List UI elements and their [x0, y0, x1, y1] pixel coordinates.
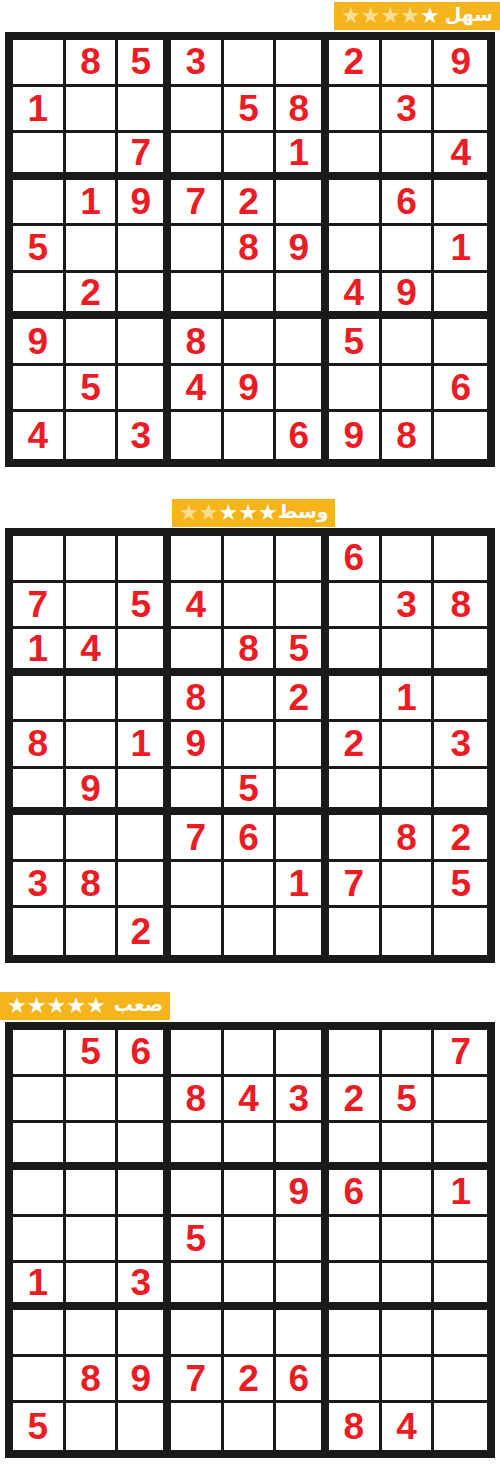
sudoku-cell-r2c2[interactable] [66, 87, 119, 134]
sudoku-cell-r9c7[interactable] [329, 908, 382, 955]
sudoku-cell-r8c4[interactable]: 7 [171, 1357, 224, 1404]
sudoku-grid-medium: 675438148582181923957682381752 [5, 528, 495, 963]
sudoku-cell-r2c2[interactable] [66, 1077, 119, 1124]
difficulty-label-easy: ★★★★★ سهل [334, 2, 500, 30]
sudoku-cell-r9c5[interactable] [224, 412, 277, 459]
sudoku-cell-r7c3[interactable] [118, 1310, 171, 1357]
sudoku-cell-r7c4[interactable]: 7 [171, 815, 224, 862]
sudoku-cell-r8c3[interactable]: 9 [118, 1357, 171, 1404]
sudoku-cell-r5c6[interactable] [276, 1217, 329, 1264]
sudoku-cell-r5c2[interactable] [66, 722, 119, 769]
sudoku-cell-r2c4[interactable]: 4 [171, 583, 224, 630]
sudoku-cell-r4c3[interactable]: 9 [118, 180, 171, 227]
sudoku-cell-r2c4[interactable]: 8 [171, 1077, 224, 1124]
star-filled-icon: ★ [7, 995, 27, 1017]
sudoku-cell-r9c2[interactable] [66, 1403, 119, 1450]
sudoku-cell-r1c6[interactable] [276, 40, 329, 87]
sudoku-cell-r5c4[interactable]: 5 [171, 1217, 224, 1264]
sudoku-cell-r5c1[interactable]: 8 [13, 722, 66, 769]
sudoku-cell-r7c8[interactable] [382, 1310, 435, 1357]
sudoku-cell-r4c7[interactable]: 6 [329, 1170, 382, 1217]
sudoku-cell-r6c5[interactable] [224, 1263, 277, 1310]
sudoku-cell-r1c7[interactable]: 6 [329, 536, 382, 583]
sudoku-cell-r7c7[interactable] [329, 815, 382, 862]
sudoku-cell-r6c1[interactable]: 1 [13, 1263, 66, 1310]
sudoku-cell-r9c9[interactable] [434, 1403, 487, 1450]
star-rating: ★★★★★ [7, 995, 106, 1017]
sudoku-cell-r6c6[interactable] [276, 273, 329, 320]
sudoku-cell-r4c1[interactable] [13, 676, 66, 723]
sudoku-cell-r7c5[interactable] [224, 319, 277, 366]
sudoku-cell-r7c2[interactable] [66, 1310, 119, 1357]
sudoku-cell-r8c5[interactable]: 2 [224, 1357, 277, 1404]
sudoku-grid-easy: 853291583714197265891249985549643698 [5, 32, 495, 467]
sudoku-cell-r6c1[interactable] [13, 273, 66, 320]
sudoku-cell-r3c8[interactable] [382, 629, 435, 676]
sudoku-cell-r2c6[interactable]: 8 [276, 87, 329, 134]
sudoku-cell-r5c1[interactable] [13, 1217, 66, 1264]
sudoku-cell-r2c4[interactable] [171, 87, 224, 134]
sudoku-cell-r5c9[interactable] [434, 1217, 487, 1264]
sudoku-cell-r1c7[interactable] [329, 1030, 382, 1077]
star-empty-icon: ★ [341, 5, 361, 27]
sudoku-cell-r7c2[interactable] [66, 815, 119, 862]
star-filled-icon: ★ [238, 502, 258, 524]
sudoku-cell-r5c3[interactable]: 1 [118, 722, 171, 769]
sudoku-cell-r2c1[interactable]: 1 [13, 87, 66, 134]
sudoku-cell-r9c4[interactable] [171, 908, 224, 955]
sudoku-cell-r1c4[interactable]: 3 [171, 40, 224, 87]
sudoku-cell-r1c2[interactable]: 5 [66, 1030, 119, 1077]
sudoku-cell-r1c6[interactable] [276, 536, 329, 583]
sudoku-cell-r7c2[interactable] [66, 319, 119, 366]
sudoku-cell-r9c6[interactable] [276, 908, 329, 955]
sudoku-cell-r2c8[interactable]: 3 [382, 583, 435, 630]
sudoku-cell-r1c5[interactable] [224, 40, 277, 87]
sudoku-cell-r2c3[interactable] [118, 87, 171, 134]
sudoku-cell-r5c7[interactable] [329, 226, 382, 273]
sudoku-cell-r2c6[interactable] [276, 583, 329, 630]
sudoku-cell-r4c9[interactable] [434, 180, 487, 227]
sudoku-cell-r8c9[interactable] [434, 1357, 487, 1404]
sudoku-cell-r4c5[interactable] [224, 676, 277, 723]
sudoku-page: { "game": "sudoku", "colors": { "number_… [0, 0, 500, 1469]
sudoku-cell-r1c9[interactable]: 7 [434, 1030, 487, 1077]
sudoku-cell-r4c9[interactable]: 1 [434, 1170, 487, 1217]
sudoku-cell-r3c8[interactable] [382, 133, 435, 180]
star-empty-icon: ★ [380, 5, 400, 27]
sudoku-cell-r2c3[interactable]: 5 [118, 583, 171, 630]
sudoku-cell-r6c5[interactable] [224, 273, 277, 320]
star-filled-icon: ★ [258, 502, 278, 524]
sudoku-cell-r3c9[interactable] [434, 629, 487, 676]
sudoku-cell-r9c3[interactable] [118, 1403, 171, 1450]
sudoku-cell-r4c2[interactable]: 1 [66, 180, 119, 227]
star-filled-icon: ★ [46, 995, 66, 1017]
sudoku-cell-r3c6[interactable]: 5 [276, 629, 329, 676]
sudoku-cell-r2c5[interactable]: 5 [224, 87, 277, 134]
sudoku-cell-r9c6[interactable]: 6 [276, 412, 329, 459]
sudoku-cell-r9c8[interactable] [382, 908, 435, 955]
sudoku-cell-r3c5[interactable] [224, 1123, 277, 1170]
star-empty-icon: ★ [179, 502, 199, 524]
sudoku-cell-r7c3[interactable] [118, 319, 171, 366]
sudoku-cell-r9c5[interactable] [224, 1403, 277, 1450]
sudoku-cell-r6c2[interactable] [66, 1263, 119, 1310]
sudoku-cell-r8c7[interactable]: 7 [329, 862, 382, 909]
sudoku-cell-r9c3[interactable]: 2 [118, 908, 171, 955]
sudoku-cell-r7c8[interactable]: 8 [382, 815, 435, 862]
sudoku-cell-r8c3[interactable] [118, 366, 171, 413]
sudoku-cell-r6c6[interactable] [276, 769, 329, 816]
sudoku-cell-r6c4[interactable] [171, 1263, 224, 1310]
sudoku-cell-r9c1[interactable]: 5 [13, 1403, 66, 1450]
sudoku-cell-r8c2[interactable]: 5 [66, 366, 119, 413]
star-filled-icon: ★ [86, 995, 106, 1017]
sudoku-cell-r2c8[interactable]: 3 [382, 87, 435, 134]
sudoku-cell-r8c6[interactable]: 6 [276, 1357, 329, 1404]
sudoku-cell-r7c5[interactable] [224, 1310, 277, 1357]
sudoku-cell-r7c4[interactable] [171, 1310, 224, 1357]
sudoku-cell-r3c5[interactable]: 8 [224, 629, 277, 676]
sudoku-cell-r1c5[interactable] [224, 536, 277, 583]
sudoku-cell-r5c2[interactable] [66, 1217, 119, 1264]
sudoku-cell-r5c8[interactable] [382, 1217, 435, 1264]
sudoku-cell-r8c9[interactable]: 5 [434, 862, 487, 909]
sudoku-cell-r1c7[interactable]: 2 [329, 40, 382, 87]
sudoku-cell-r5c1[interactable]: 5 [13, 226, 66, 273]
sudoku-cell-r1c3[interactable]: 5 [118, 40, 171, 87]
sudoku-cell-r8c7[interactable] [329, 1357, 382, 1404]
sudoku-cell-r3c2[interactable]: 4 [66, 629, 119, 676]
sudoku-cell-r8c8[interactable] [382, 862, 435, 909]
sudoku-cell-r2c8[interactable]: 5 [382, 1077, 435, 1124]
sudoku-cell-r7c1[interactable] [13, 815, 66, 862]
difficulty-label-medium: ★★★★★ وسط [172, 499, 335, 527]
sudoku-cell-r2c7[interactable]: 2 [329, 1077, 382, 1124]
sudoku-cell-r1c1[interactable] [13, 536, 66, 583]
sudoku-cell-r2c7[interactable] [329, 583, 382, 630]
sudoku-cell-r7c3[interactable] [118, 815, 171, 862]
sudoku-cell-r1c8[interactable] [382, 40, 435, 87]
sudoku-cell-r9c6[interactable] [276, 1403, 329, 1450]
sudoku-cell-r1c8[interactable] [382, 536, 435, 583]
difficulty-text: سهل [445, 5, 493, 27]
sudoku-cell-r7c7[interactable] [329, 1310, 382, 1357]
sudoku-cell-r9c8[interactable]: 8 [382, 412, 435, 459]
sudoku-cell-r4c6[interactable]: 9 [276, 1170, 329, 1217]
sudoku-cell-r8c4[interactable]: 4 [171, 366, 224, 413]
sudoku-cell-r4c2[interactable] [66, 676, 119, 723]
sudoku-cell-r6c9[interactable] [434, 769, 487, 816]
sudoku-cell-r5c3[interactable] [118, 226, 171, 273]
sudoku-cell-r6c1[interactable] [13, 769, 66, 816]
difficulty-text: وسط [278, 502, 329, 524]
sudoku-cell-r5c6[interactable] [276, 722, 329, 769]
sudoku-cell-r8c1[interactable] [13, 366, 66, 413]
sudoku-cell-r3c9[interactable]: 4 [434, 133, 487, 180]
sudoku-cell-r4c2[interactable] [66, 1170, 119, 1217]
sudoku-cell-r2c3[interactable] [118, 1077, 171, 1124]
sudoku-cell-r6c6[interactable] [276, 1263, 329, 1310]
sudoku-cell-r5c9[interactable]: 1 [434, 226, 487, 273]
sudoku-cell-r7c6[interactable] [276, 1310, 329, 1357]
sudoku-cell-r7c9[interactable] [434, 1310, 487, 1357]
sudoku-cell-r1c8[interactable] [382, 1030, 435, 1077]
sudoku-cell-r8c1[interactable]: 3 [13, 862, 66, 909]
sudoku-cell-r7c6[interactable] [276, 319, 329, 366]
sudoku-cell-r6c7[interactable] [329, 1263, 382, 1310]
sudoku-cell-r8c8[interactable] [382, 1357, 435, 1404]
sudoku-cell-r3c3[interactable] [118, 629, 171, 676]
sudoku-cell-r5c8[interactable] [382, 226, 435, 273]
sudoku-cell-r1c3[interactable] [118, 536, 171, 583]
sudoku-cell-r3c6[interactable]: 1 [276, 133, 329, 180]
sudoku-cell-r3c4[interactable] [171, 133, 224, 180]
sudoku-cell-r1c6[interactable] [276, 1030, 329, 1077]
sudoku-cell-r4c8[interactable]: 1 [382, 676, 435, 723]
sudoku-cell-r3c3[interactable] [118, 1123, 171, 1170]
sudoku-cell-r2c1[interactable] [13, 1077, 66, 1124]
star-filled-icon: ★ [420, 5, 440, 27]
sudoku-cell-r6c2[interactable]: 9 [66, 769, 119, 816]
sudoku-cell-r3c6[interactable] [276, 1123, 329, 1170]
sudoku-cell-r9c2[interactable] [66, 908, 119, 955]
sudoku-cell-r6c8[interactable] [382, 769, 435, 816]
sudoku-cell-r6c9[interactable] [434, 273, 487, 320]
star-rating: ★★★★★ [179, 502, 278, 524]
sudoku-cell-r4c6[interactable] [276, 180, 329, 227]
sudoku-cell-r4c1[interactable] [13, 180, 66, 227]
sudoku-cell-r9c2[interactable] [66, 412, 119, 459]
star-filled-icon: ★ [27, 995, 47, 1017]
sudoku-cell-r4c7[interactable] [329, 180, 382, 227]
sudoku-cell-r3c7[interactable] [329, 133, 382, 180]
star-rating: ★★★★★ [341, 5, 440, 27]
sudoku-cell-r3c1[interactable]: 1 [13, 629, 66, 676]
sudoku-cell-r8c1[interactable] [13, 1357, 66, 1404]
sudoku-cell-r2c7[interactable] [329, 87, 382, 134]
sudoku-cell-r3c2[interactable] [66, 133, 119, 180]
sudoku-cell-r3c3[interactable]: 7 [118, 133, 171, 180]
sudoku-cell-r4c4[interactable] [171, 1170, 224, 1217]
sudoku-cell-r9c5[interactable] [224, 908, 277, 955]
sudoku-cell-r3c9[interactable] [434, 1123, 487, 1170]
sudoku-cell-r2c9[interactable]: 8 [434, 583, 487, 630]
sudoku-cell-r1c9[interactable]: 9 [434, 40, 487, 87]
star-filled-icon: ★ [218, 502, 238, 524]
sudoku-cell-r6c4[interactable] [171, 769, 224, 816]
sudoku-cell-r7c4[interactable]: 8 [171, 319, 224, 366]
sudoku-cell-r9c4[interactable] [171, 1403, 224, 1450]
sudoku-cell-r7c6[interactable] [276, 815, 329, 862]
sudoku-cell-r2c9[interactable] [434, 1077, 487, 1124]
sudoku-cell-r4c3[interactable] [118, 676, 171, 723]
star-empty-icon: ★ [400, 5, 420, 27]
sudoku-cell-r4c9[interactable] [434, 676, 487, 723]
star-empty-icon: ★ [199, 502, 219, 524]
sudoku-cell-r9c4[interactable] [171, 412, 224, 459]
sudoku-cell-r8c7[interactable] [329, 366, 382, 413]
sudoku-cell-r4c7[interactable] [329, 676, 382, 723]
sudoku-cell-r7c8[interactable] [382, 319, 435, 366]
sudoku-cell-r3c2[interactable] [66, 1123, 119, 1170]
sudoku-cell-r9c7[interactable]: 9 [329, 412, 382, 459]
sudoku-cell-r3c5[interactable] [224, 133, 277, 180]
sudoku-cell-r1c1[interactable] [13, 40, 66, 87]
sudoku-cell-r7c1[interactable]: 9 [13, 319, 66, 366]
sudoku-cell-r4c1[interactable] [13, 1170, 66, 1217]
sudoku-cell-r6c5[interactable]: 5 [224, 769, 277, 816]
sudoku-cell-r4c5[interactable] [224, 1170, 277, 1217]
sudoku-cell-r5c5[interactable] [224, 1217, 277, 1264]
sudoku-cell-r9c9[interactable] [434, 908, 487, 955]
sudoku-cell-r9c3[interactable]: 3 [118, 412, 171, 459]
sudoku-cell-r5c5[interactable] [224, 722, 277, 769]
sudoku-cell-r6c7[interactable] [329, 769, 382, 816]
sudoku-cell-r1c2[interactable]: 8 [66, 40, 119, 87]
sudoku-cell-r1c2[interactable] [66, 536, 119, 583]
sudoku-cell-r7c9[interactable] [434, 319, 487, 366]
sudoku-cell-r3c8[interactable] [382, 1123, 435, 1170]
sudoku-cell-r4c8[interactable] [382, 1170, 435, 1217]
sudoku-cell-r1c3[interactable]: 6 [118, 1030, 171, 1077]
sudoku-cell-r5c5[interactable]: 8 [224, 226, 277, 273]
sudoku-cell-r2c5[interactable]: 4 [224, 1077, 277, 1124]
sudoku-cell-r5c3[interactable] [118, 1217, 171, 1264]
sudoku-cell-r7c9[interactable]: 2 [434, 815, 487, 862]
sudoku-cell-r8c2[interactable]: 8 [66, 1357, 119, 1404]
sudoku-cell-r5c6[interactable]: 9 [276, 226, 329, 273]
sudoku-cell-r6c3[interactable] [118, 273, 171, 320]
sudoku-cell-r4c4[interactable]: 8 [171, 676, 224, 723]
sudoku-cell-r5c7[interactable] [329, 1217, 382, 1264]
sudoku-cell-r8c3[interactable] [118, 862, 171, 909]
sudoku-cell-r9c7[interactable]: 8 [329, 1403, 382, 1450]
sudoku-cell-r4c4[interactable]: 7 [171, 180, 224, 227]
sudoku-cell-r5c9[interactable]: 3 [434, 722, 487, 769]
difficulty-text: صعب [114, 995, 163, 1017]
sudoku-cell-r1c1[interactable] [13, 1030, 66, 1077]
sudoku-cell-r8c8[interactable] [382, 366, 435, 413]
star-filled-icon: ★ [66, 995, 86, 1017]
difficulty-label-hard: ★★★★★ صعب [0, 992, 170, 1020]
sudoku-cell-r3c7[interactable] [329, 629, 382, 676]
sudoku-cell-r8c9[interactable]: 6 [434, 366, 487, 413]
sudoku-cell-r4c6[interactable]: 2 [276, 676, 329, 723]
sudoku-cell-r1c4[interactable] [171, 1030, 224, 1077]
sudoku-cell-r2c1[interactable]: 7 [13, 583, 66, 630]
sudoku-cell-r2c6[interactable]: 3 [276, 1077, 329, 1124]
sudoku-cell-r6c3[interactable]: 3 [118, 1263, 171, 1310]
sudoku-cell-r3c4[interactable] [171, 629, 224, 676]
sudoku-cell-r8c5[interactable]: 9 [224, 366, 277, 413]
sudoku-cell-r8c6[interactable]: 1 [276, 862, 329, 909]
sudoku-cell-r5c4[interactable]: 9 [171, 722, 224, 769]
sudoku-cell-r7c1[interactable] [13, 1310, 66, 1357]
sudoku-cell-r8c5[interactable] [224, 862, 277, 909]
sudoku-cell-r6c9[interactable] [434, 1263, 487, 1310]
sudoku-cell-r9c9[interactable] [434, 412, 487, 459]
sudoku-cell-r2c2[interactable] [66, 583, 119, 630]
sudoku-cell-r1c5[interactable] [224, 1030, 277, 1077]
sudoku-cell-r6c8[interactable] [382, 1263, 435, 1310]
sudoku-cell-r3c4[interactable] [171, 1123, 224, 1170]
sudoku-cell-r1c4[interactable] [171, 536, 224, 583]
sudoku-cell-r3c1[interactable] [13, 133, 66, 180]
sudoku-cell-r6c8[interactable]: 9 [382, 273, 435, 320]
sudoku-cell-r5c8[interactable] [382, 722, 435, 769]
sudoku-cell-r3c7[interactable] [329, 1123, 382, 1170]
sudoku-cell-r8c4[interactable] [171, 862, 224, 909]
sudoku-cell-r6c4[interactable] [171, 273, 224, 320]
sudoku-cell-r9c8[interactable]: 4 [382, 1403, 435, 1450]
sudoku-cell-r9c1[interactable] [13, 908, 66, 955]
sudoku-cell-r8c6[interactable] [276, 366, 329, 413]
sudoku-cell-r3c1[interactable] [13, 1123, 66, 1170]
sudoku-cell-r4c8[interactable]: 6 [382, 180, 435, 227]
sudoku-cell-r9c1[interactable]: 4 [13, 412, 66, 459]
sudoku-cell-r4c3[interactable] [118, 1170, 171, 1217]
sudoku-cell-r5c4[interactable] [171, 226, 224, 273]
sudoku-cell-r5c7[interactable]: 2 [329, 722, 382, 769]
sudoku-cell-r7c5[interactable]: 6 [224, 815, 277, 862]
sudoku-cell-r7c7[interactable]: 5 [329, 319, 382, 366]
sudoku-cell-r6c2[interactable]: 2 [66, 273, 119, 320]
sudoku-cell-r6c3[interactable] [118, 769, 171, 816]
sudoku-cell-r1c9[interactable] [434, 536, 487, 583]
sudoku-cell-r6c7[interactable]: 4 [329, 273, 382, 320]
sudoku-cell-r2c5[interactable] [224, 583, 277, 630]
sudoku-cell-r4c5[interactable]: 2 [224, 180, 277, 227]
sudoku-cell-r5c2[interactable] [66, 226, 119, 273]
sudoku-cell-r8c2[interactable]: 8 [66, 862, 119, 909]
sudoku-grid-hard: 5678432596151389726584 [5, 1022, 495, 1458]
star-empty-icon: ★ [361, 5, 381, 27]
sudoku-cell-r2c9[interactable] [434, 87, 487, 134]
